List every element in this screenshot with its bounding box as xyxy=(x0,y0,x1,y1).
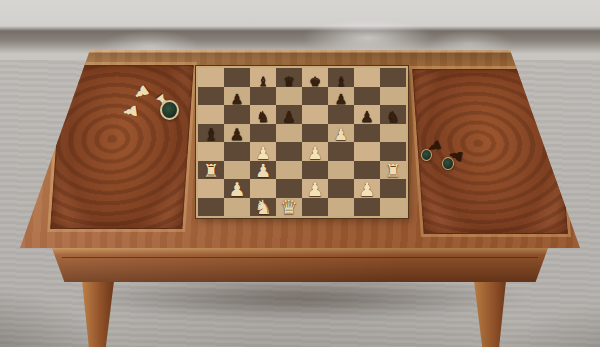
square-a2[interactable] xyxy=(198,179,224,198)
chess-table-top: ♝♛♚♝♟♟♞♟♟♞♝♟♟♟♟♜♟♜♟♟♟♞♛ xyxy=(20,50,580,248)
square-f5[interactable]: ♟ xyxy=(328,124,354,143)
white-pawn[interactable]: ♟ xyxy=(255,145,270,162)
square-f2[interactable] xyxy=(328,179,354,198)
square-e6[interactable] xyxy=(302,105,328,124)
square-b4[interactable] xyxy=(224,142,250,161)
square-h1[interactable] xyxy=(380,198,406,217)
square-e5[interactable] xyxy=(302,124,328,143)
square-a4[interactable] xyxy=(198,142,224,161)
square-b8[interactable] xyxy=(224,68,250,87)
square-b6[interactable] xyxy=(224,105,250,124)
black-knight[interactable]: ♞ xyxy=(386,110,399,125)
square-f3[interactable] xyxy=(328,161,354,180)
black-pawn[interactable]: ♟ xyxy=(360,110,373,125)
square-e3[interactable] xyxy=(302,161,328,180)
square-c6[interactable]: ♞ xyxy=(250,105,276,124)
square-h5[interactable] xyxy=(380,124,406,143)
square-h2[interactable] xyxy=(380,179,406,198)
black-knight[interactable]: ♞ xyxy=(256,110,269,125)
white-rook[interactable]: ♜ xyxy=(385,162,401,180)
square-a7[interactable] xyxy=(198,87,224,106)
white-pawn[interactable]: ♟ xyxy=(255,162,271,180)
square-d7[interactable] xyxy=(276,87,302,106)
square-d6[interactable]: ♟ xyxy=(276,105,302,124)
felt-base xyxy=(160,100,179,120)
square-g4[interactable] xyxy=(354,142,380,161)
black-bishop[interactable]: ♝ xyxy=(204,127,218,143)
square-g6[interactable]: ♟ xyxy=(354,105,380,124)
square-b2[interactable]: ♟ xyxy=(224,179,250,198)
white-knight[interactable]: ♞ xyxy=(254,197,272,217)
white-pawn[interactable]: ♟ xyxy=(358,180,375,199)
square-a1[interactable] xyxy=(198,198,224,217)
square-g1[interactable] xyxy=(354,198,380,217)
square-d1[interactable]: ♛ xyxy=(276,198,302,217)
square-c7[interactable] xyxy=(250,87,276,106)
square-a5[interactable]: ♝ xyxy=(198,124,224,143)
black-pawn[interactable]: ♟ xyxy=(335,92,348,106)
square-c4[interactable]: ♟ xyxy=(250,142,276,161)
square-c1[interactable]: ♞ xyxy=(250,198,276,217)
square-f4[interactable] xyxy=(328,142,354,161)
board: ♝♛♚♝♟♟♞♟♟♞♝♟♟♟♟♜♟♜♟♟♟♞♛ xyxy=(196,66,408,218)
square-h4[interactable] xyxy=(380,142,406,161)
white-pawn[interactable]: ♟ xyxy=(334,127,348,143)
square-d4[interactable] xyxy=(276,142,302,161)
square-g5[interactable] xyxy=(354,124,380,143)
white-pawn[interactable]: ♟ xyxy=(228,180,245,199)
square-f6[interactable] xyxy=(328,105,354,124)
square-f7[interactable]: ♟ xyxy=(328,87,354,106)
square-h8[interactable] xyxy=(380,68,406,87)
square-h6[interactable]: ♞ xyxy=(380,105,406,124)
square-b3[interactable] xyxy=(224,161,250,180)
square-a6[interactable] xyxy=(198,105,224,124)
table-shadow xyxy=(75,276,525,320)
felt-base xyxy=(442,157,454,170)
square-c8[interactable]: ♝ xyxy=(250,68,276,87)
square-d5[interactable] xyxy=(276,124,302,143)
table-apron xyxy=(52,248,548,282)
square-h3[interactable]: ♜ xyxy=(380,161,406,180)
square-e1[interactable] xyxy=(302,198,328,217)
felt-base xyxy=(421,149,432,161)
black-pawn[interactable]: ♟ xyxy=(282,110,295,125)
square-a3[interactable]: ♜ xyxy=(198,161,224,180)
square-e7[interactable] xyxy=(302,87,328,106)
square-d8[interactable]: ♛ xyxy=(276,68,302,87)
square-f1[interactable] xyxy=(328,198,354,217)
square-e2[interactable]: ♟ xyxy=(302,179,328,198)
white-pawn[interactable]: ♟ xyxy=(306,180,323,199)
white-queen[interactable]: ♛ xyxy=(280,197,298,217)
scene: ♝♛♚♝♟♟♞♟♟♞♝♟♟♟♟♜♟♜♟♟♟♞♛ ♟♟♝ ♟♟ xyxy=(0,0,600,347)
square-b7[interactable]: ♟ xyxy=(224,87,250,106)
square-d3[interactable] xyxy=(276,161,302,180)
square-g7[interactable] xyxy=(354,87,380,106)
captured-pieces-tray-left: ♟♟♝ xyxy=(122,86,192,136)
square-g2[interactable]: ♟ xyxy=(354,179,380,198)
square-f8[interactable]: ♝ xyxy=(328,68,354,87)
square-a8[interactable] xyxy=(198,68,224,87)
square-b5[interactable]: ♟ xyxy=(224,124,250,143)
drawer-seam xyxy=(62,257,538,258)
square-h7[interactable] xyxy=(380,87,406,106)
white-rook[interactable]: ♜ xyxy=(203,162,219,180)
square-g8[interactable] xyxy=(354,68,380,87)
black-pawn[interactable]: ♟ xyxy=(231,92,244,106)
captured-white-pawn: ♟ xyxy=(121,103,140,120)
black-pawn[interactable]: ♟ xyxy=(230,127,244,143)
captured-pieces-tray-right: ♟♟ xyxy=(422,140,484,180)
square-b1[interactable] xyxy=(224,198,250,217)
square-g3[interactable] xyxy=(354,161,380,180)
square-e8[interactable]: ♚ xyxy=(302,68,328,87)
white-pawn[interactable]: ♟ xyxy=(307,145,322,162)
square-c5[interactable] xyxy=(250,124,276,143)
square-c3[interactable]: ♟ xyxy=(250,161,276,180)
square-e4[interactable]: ♟ xyxy=(302,142,328,161)
